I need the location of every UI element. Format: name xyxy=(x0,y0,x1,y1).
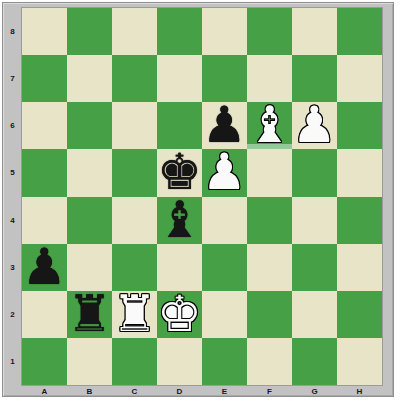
rank-label-7: 7 xyxy=(3,55,22,102)
black-bishop[interactable]: ♝ xyxy=(157,197,202,244)
square-c1[interactable] xyxy=(112,338,157,385)
square-d8[interactable] xyxy=(157,8,202,55)
square-h6[interactable] xyxy=(337,102,382,149)
square-f4[interactable] xyxy=(247,197,292,244)
square-d5[interactable]: ♚ xyxy=(157,149,202,196)
white-pawn[interactable]: ♟ xyxy=(202,149,247,196)
square-g4[interactable] xyxy=(292,197,337,244)
rank-label-6: 6 xyxy=(3,102,22,149)
square-h2[interactable] xyxy=(337,291,382,338)
square-d3[interactable] xyxy=(157,244,202,291)
square-e4[interactable] xyxy=(202,197,247,244)
square-c6[interactable] xyxy=(112,102,157,149)
square-d7[interactable] xyxy=(157,55,202,102)
square-b7[interactable] xyxy=(67,55,112,102)
square-d4[interactable]: ♝ xyxy=(157,197,202,244)
black-king[interactable]: ♚ xyxy=(157,149,202,196)
white-bishop[interactable]: ♝ xyxy=(247,102,292,149)
square-a8[interactable] xyxy=(22,8,67,55)
square-h3[interactable] xyxy=(337,244,382,291)
square-a3[interactable]: ♟ xyxy=(22,244,67,291)
rank-labels: 87654321 xyxy=(3,8,22,385)
square-f6[interactable]: ♝ xyxy=(247,102,292,149)
square-b6[interactable] xyxy=(67,102,112,149)
square-b3[interactable] xyxy=(67,244,112,291)
square-e8[interactable] xyxy=(202,8,247,55)
square-b4[interactable] xyxy=(67,197,112,244)
square-a2[interactable] xyxy=(22,291,67,338)
square-c7[interactable] xyxy=(112,55,157,102)
square-h7[interactable] xyxy=(337,55,382,102)
square-g1[interactable] xyxy=(292,338,337,385)
file-label-f: F xyxy=(247,385,292,398)
square-g3[interactable] xyxy=(292,244,337,291)
square-b2[interactable]: ♜ xyxy=(67,291,112,338)
black-rook[interactable]: ♜ xyxy=(67,291,112,338)
chessboard-frame: 87654321 ABCDEFGH ♟♝♟♚♟♝♟♜♜♚ xyxy=(2,2,394,397)
file-label-b: B xyxy=(67,385,112,398)
black-pawn[interactable]: ♟ xyxy=(202,102,247,149)
square-f7[interactable] xyxy=(247,55,292,102)
square-e3[interactable] xyxy=(202,244,247,291)
square-e1[interactable] xyxy=(202,338,247,385)
square-b5[interactable] xyxy=(67,149,112,196)
file-label-a: A xyxy=(22,385,67,398)
black-pawn[interactable]: ♟ xyxy=(22,244,67,291)
rank-label-5: 5 xyxy=(3,149,22,196)
square-a6[interactable] xyxy=(22,102,67,149)
rank-label-2: 2 xyxy=(3,291,22,338)
square-e5[interactable]: ♟ xyxy=(202,149,247,196)
square-d1[interactable] xyxy=(157,338,202,385)
rank-label-8: 8 xyxy=(3,8,22,55)
square-e7[interactable] xyxy=(202,55,247,102)
rank-label-1: 1 xyxy=(3,338,22,385)
square-f5[interactable] xyxy=(247,149,292,196)
square-c3[interactable] xyxy=(112,244,157,291)
square-g8[interactable] xyxy=(292,8,337,55)
square-c4[interactable] xyxy=(112,197,157,244)
square-h1[interactable] xyxy=(337,338,382,385)
square-e2[interactable] xyxy=(202,291,247,338)
square-b8[interactable] xyxy=(67,8,112,55)
square-f3[interactable] xyxy=(247,244,292,291)
file-label-e: E xyxy=(202,385,247,398)
file-label-g: G xyxy=(292,385,337,398)
square-f1[interactable] xyxy=(247,338,292,385)
chess-diagram-page: 87654321 ABCDEFGH ♟♝♟♚♟♝♟♜♜♚ xyxy=(0,0,400,400)
square-g7[interactable] xyxy=(292,55,337,102)
square-c5[interactable] xyxy=(112,149,157,196)
square-b1[interactable] xyxy=(67,338,112,385)
square-g6[interactable]: ♟ xyxy=(292,102,337,149)
file-labels: ABCDEFGH xyxy=(22,385,382,398)
square-h5[interactable] xyxy=(337,149,382,196)
square-f8[interactable] xyxy=(247,8,292,55)
rank-label-3: 3 xyxy=(3,244,22,291)
square-h4[interactable] xyxy=(337,197,382,244)
square-d6[interactable] xyxy=(157,102,202,149)
file-label-d: D xyxy=(157,385,202,398)
file-label-h: H xyxy=(337,385,382,398)
square-a5[interactable] xyxy=(22,149,67,196)
square-c8[interactable] xyxy=(112,8,157,55)
square-f2[interactable] xyxy=(247,291,292,338)
white-rook[interactable]: ♜ xyxy=(112,291,157,338)
square-e6[interactable]: ♟ xyxy=(202,102,247,149)
chessboard: ♟♝♟♚♟♝♟♜♜♚ xyxy=(22,8,382,385)
square-a4[interactable] xyxy=(22,197,67,244)
square-h8[interactable] xyxy=(337,8,382,55)
rank-label-4: 4 xyxy=(3,197,22,244)
square-d2[interactable]: ♚ xyxy=(157,291,202,338)
white-king[interactable]: ♚ xyxy=(157,291,202,338)
file-label-c: C xyxy=(112,385,157,398)
square-g5[interactable] xyxy=(292,149,337,196)
square-g2[interactable] xyxy=(292,291,337,338)
white-pawn[interactable]: ♟ xyxy=(292,102,337,149)
square-a7[interactable] xyxy=(22,55,67,102)
square-a1[interactable] xyxy=(22,338,67,385)
square-c2[interactable]: ♜ xyxy=(112,291,157,338)
